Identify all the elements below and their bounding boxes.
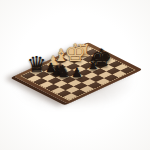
piece-black-queen-h7[interactable]: ♛ xyxy=(27,54,47,76)
piece-black-bishop-d3[interactable]: ♝ xyxy=(86,55,101,72)
product-photo-scene: ♜♚♝♟♚♝♟♛♟♟♞ xyxy=(0,0,150,150)
piece-black-knight-e6[interactable]: ♞ xyxy=(55,64,70,81)
piece-black-pawn-d5[interactable]: ♟ xyxy=(71,66,83,79)
